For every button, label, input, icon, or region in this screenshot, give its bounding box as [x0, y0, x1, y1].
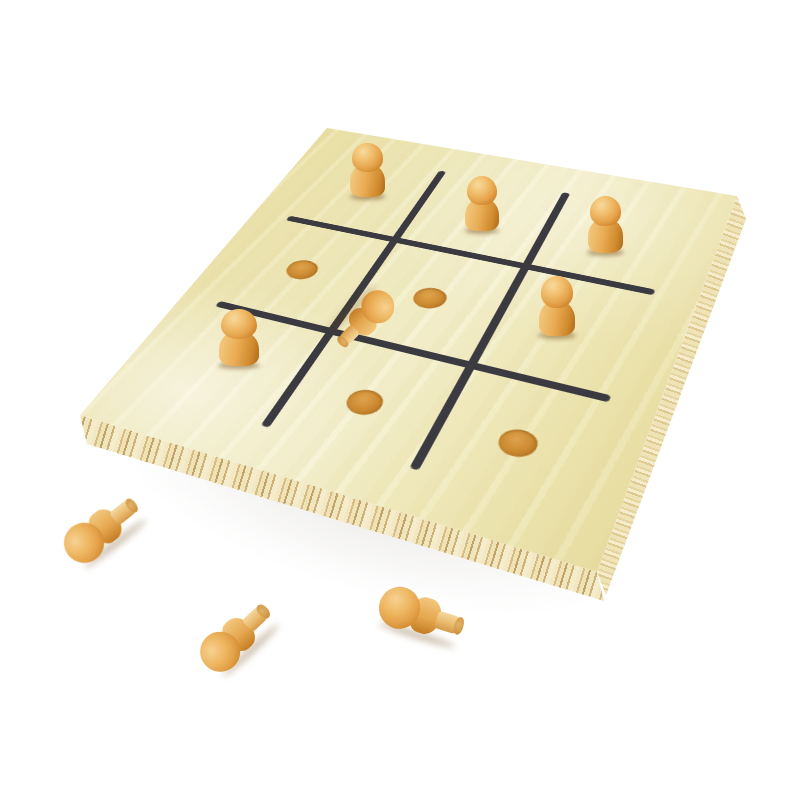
peg-hole [409, 285, 452, 311]
peg-top-left[interactable] [349, 143, 386, 198]
peg-loose-middle[interactable] [192, 592, 282, 680]
peg-knob [541, 276, 574, 308]
peg-bottom-left[interactable] [217, 309, 261, 367]
peg-middle-right[interactable] [537, 276, 577, 337]
peg-hole [281, 258, 322, 282]
peg-hole [494, 426, 543, 461]
peg-knob [590, 196, 622, 226]
peg-loose-left[interactable] [56, 485, 150, 571]
product-photo [0, 0, 800, 800]
peg-hole [342, 386, 389, 418]
peg-knob [221, 309, 257, 339]
peg-knob [352, 143, 382, 172]
peg-top-middle[interactable] [464, 176, 500, 232]
peg-dowel-tip [434, 611, 465, 636]
peg-top-right[interactable] [586, 196, 625, 254]
peg-knob [467, 176, 497, 205]
